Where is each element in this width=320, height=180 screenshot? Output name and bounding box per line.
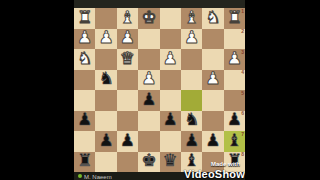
- square-e6[interactable]: [138, 111, 159, 132]
- square-f8[interactable]: [117, 152, 138, 173]
- square-b1[interactable]: ♞: [202, 8, 223, 29]
- piece-wP: ♟: [77, 29, 92, 46]
- square-g4[interactable]: ♞: [95, 70, 116, 91]
- piece-bP: ♟: [141, 91, 156, 108]
- square-b7[interactable]: ♟: [202, 131, 223, 152]
- square-e2[interactable]: [138, 29, 159, 50]
- watermark-made-with: Made with: [211, 161, 240, 167]
- square-d5[interactable]: [160, 90, 181, 111]
- square-h8[interactable]: ♜: [74, 152, 95, 173]
- piece-wP: ♟: [227, 50, 242, 67]
- square-g7[interactable]: ♟: [95, 131, 116, 152]
- rank-label: 4: [241, 70, 244, 75]
- watermark-videoshow-logo: VideoShow: [184, 168, 245, 180]
- piece-wP: ♟: [163, 50, 178, 67]
- chess-board: ♜♝♚♝♞♜1♟♟♟♟2♞♛♟♟3♞♟♟4♟5♟♟♞♟6♟♟♟♟♝7♜♚♛♝♜8: [74, 8, 245, 172]
- square-h3[interactable]: ♞: [74, 49, 95, 70]
- square-c3[interactable]: [181, 49, 202, 70]
- square-a1[interactable]: ♜1: [224, 8, 245, 29]
- square-c5[interactable]: [181, 90, 202, 111]
- rank-label: 2: [241, 29, 244, 34]
- square-g5[interactable]: [95, 90, 116, 111]
- square-g1[interactable]: [95, 8, 116, 29]
- square-c7[interactable]: ♟: [181, 131, 202, 152]
- square-b5[interactable]: [202, 90, 223, 111]
- square-d6[interactable]: ♟: [160, 111, 181, 132]
- letterbox-left: [0, 0, 75, 180]
- square-e7[interactable]: [138, 131, 159, 152]
- piece-wP: ♟: [205, 70, 220, 87]
- piece-wN: ♞: [77, 50, 92, 67]
- piece-wB: ♝: [184, 9, 199, 26]
- piece-bP: ♟: [205, 132, 220, 149]
- square-e5[interactable]: ♟: [138, 90, 159, 111]
- square-d2[interactable]: [160, 29, 181, 50]
- piece-bP: ♟: [98, 132, 113, 149]
- piece-wQ: ♛: [120, 50, 135, 67]
- piece-bN: ♞: [98, 70, 113, 87]
- square-c4[interactable]: [181, 70, 202, 91]
- square-a2[interactable]: 2: [224, 29, 245, 50]
- rank-label: 6: [241, 111, 244, 116]
- square-f5[interactable]: [117, 90, 138, 111]
- rank-label: 1: [241, 9, 244, 14]
- square-f1[interactable]: ♝: [117, 8, 138, 29]
- piece-bB: ♝: [227, 132, 242, 149]
- piece-bN: ♞: [184, 111, 199, 128]
- square-e3[interactable]: [138, 49, 159, 70]
- square-g6[interactable]: [95, 111, 116, 132]
- square-b3[interactable]: [202, 49, 223, 70]
- piece-bP: ♟: [163, 111, 178, 128]
- piece-wB: ♝: [120, 9, 135, 26]
- piece-bP: ♟: [77, 111, 92, 128]
- piece-bB: ♝: [184, 152, 199, 169]
- piece-wR: ♜: [227, 9, 242, 26]
- square-d7[interactable]: [160, 131, 181, 152]
- player-name: M. Naeem: [84, 174, 112, 180]
- square-a4[interactable]: 4: [224, 70, 245, 91]
- video-frame: ♜♝♚♝♞♜1♟♟♟♟2♞♛♟♟3♞♟♟4♟5♟♟♞♟6♟♟♟♟♝7♜♚♛♝♜8…: [74, 0, 245, 180]
- piece-wK: ♚: [141, 9, 156, 26]
- square-d4[interactable]: [160, 70, 181, 91]
- square-e4[interactable]: ♟: [138, 70, 159, 91]
- piece-wP: ♟: [184, 29, 199, 46]
- online-status-icon: [78, 174, 82, 178]
- piece-wR: ♜: [77, 9, 92, 26]
- piece-wP: ♟: [120, 29, 135, 46]
- square-e1[interactable]: ♚: [138, 8, 159, 29]
- top-strip: [74, 0, 245, 8]
- square-d1[interactable]: [160, 8, 181, 29]
- piece-wN: ♞: [205, 9, 220, 26]
- square-a6[interactable]: ♟6: [224, 111, 245, 132]
- piece-wP: ♟: [141, 70, 156, 87]
- square-h5[interactable]: [74, 90, 95, 111]
- square-b2[interactable]: [202, 29, 223, 50]
- rank-label: 3: [241, 50, 244, 55]
- rank-label: 7: [241, 132, 244, 137]
- piece-bK: ♚: [141, 152, 156, 169]
- piece-bP: ♟: [184, 132, 199, 149]
- square-h6[interactable]: ♟: [74, 111, 95, 132]
- square-c6[interactable]: ♞: [181, 111, 202, 132]
- square-h2[interactable]: ♟: [74, 29, 95, 50]
- piece-bP: ♟: [227, 111, 242, 128]
- square-d8[interactable]: ♛: [160, 152, 181, 173]
- square-h1[interactable]: ♜: [74, 8, 95, 29]
- square-f7[interactable]: ♟: [117, 131, 138, 152]
- square-g2[interactable]: ♟: [95, 29, 116, 50]
- square-f2[interactable]: ♟: [117, 29, 138, 50]
- square-h4[interactable]: [74, 70, 95, 91]
- square-f6[interactable]: [117, 111, 138, 132]
- square-g3[interactable]: [95, 49, 116, 70]
- square-a3[interactable]: ♟3: [224, 49, 245, 70]
- square-g8[interactable]: [95, 152, 116, 173]
- piece-bP: ♟: [120, 132, 135, 149]
- square-b4[interactable]: ♟: [202, 70, 223, 91]
- piece-wP: ♟: [98, 29, 113, 46]
- square-c2[interactable]: ♟: [181, 29, 202, 50]
- piece-bR: ♜: [77, 152, 92, 169]
- square-f4[interactable]: [117, 70, 138, 91]
- letterbox-right: [245, 0, 320, 180]
- rank-label: 5: [241, 91, 244, 96]
- square-f3[interactable]: ♛: [117, 49, 138, 70]
- rank-label: 8: [241, 152, 244, 157]
- piece-bQ: ♛: [163, 152, 178, 169]
- square-a5[interactable]: 5: [224, 90, 245, 111]
- square-b6[interactable]: [202, 111, 223, 132]
- square-e8[interactable]: ♚: [138, 152, 159, 173]
- square-h7[interactable]: [74, 131, 95, 152]
- square-d3[interactable]: ♟: [160, 49, 181, 70]
- square-a7[interactable]: ♝7: [224, 131, 245, 152]
- square-c1[interactable]: ♝: [181, 8, 202, 29]
